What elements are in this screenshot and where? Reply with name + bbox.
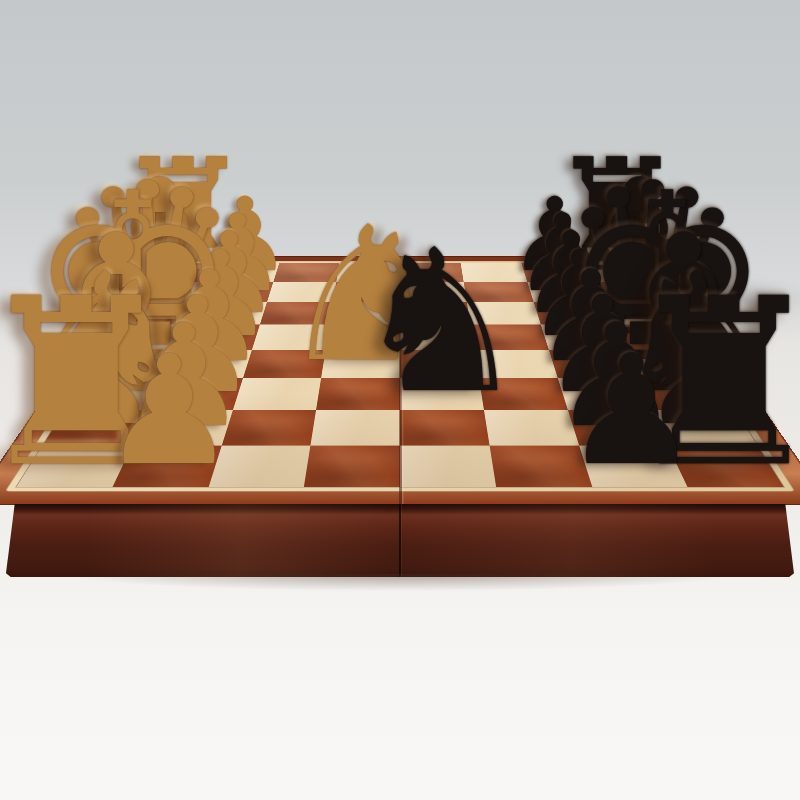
- square-h5[interactable]: [400, 446, 496, 487]
- apron-fold-seam: [399, 504, 401, 577]
- pieces-layer: ♜♝♛♚♝♞♜♟♟♟♟♟♟♟♟♞♜♝♛♚♝♞♜♟♟♟♟♟♟♟♟♞: [0, 0, 800, 800]
- piece-white-pawn-h2[interactable]: ♟: [101, 335, 237, 487]
- piece-black-pawn-h7[interactable]: ♟: [563, 335, 699, 487]
- chess-photo-scene: ♜♝♛♚♝♞♜♟♟♟♟♟♟♟♟♞♜♝♛♚♝♞♜♟♟♟♟♟♟♟♟♞: [0, 0, 800, 800]
- piece-black-knight-f5[interactable]: ♞: [352, 224, 529, 421]
- square-h4[interactable]: [304, 446, 400, 487]
- board-contact-shadow: [8, 574, 792, 594]
